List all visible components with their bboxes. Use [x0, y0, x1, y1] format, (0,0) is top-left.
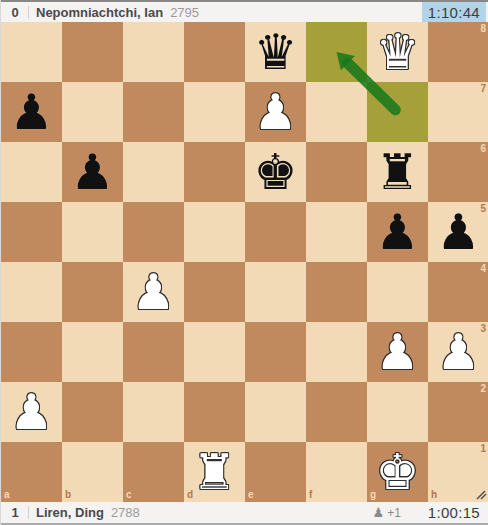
piece-white-pawn[interactable]: ♟: [245, 82, 306, 142]
square-c6[interactable]: [123, 142, 184, 202]
coord-rank-8: 8: [480, 24, 486, 34]
square-e5[interactable]: [245, 202, 306, 262]
piece-white-pawn[interactable]: ♟: [1, 382, 62, 442]
square-g8[interactable]: ♛: [367, 22, 428, 82]
coord-rank-6: 6: [480, 144, 486, 154]
square-d4[interactable]: [184, 262, 245, 322]
square-c1[interactable]: c: [123, 442, 184, 502]
square-h7[interactable]: 7: [428, 82, 488, 142]
top-player-clock: 1:10:44: [422, 2, 486, 22]
square-g4[interactable]: [367, 262, 428, 322]
bottom-player-bar: 1 Liren, Ding 2788 ♟ +1 1:00:15: [1, 502, 488, 525]
square-h6[interactable]: 6: [428, 142, 488, 202]
coord-rank-2: 2: [480, 384, 486, 394]
pawn-icon: ♟: [373, 506, 385, 519]
square-c7[interactable]: [123, 82, 184, 142]
material-advantage: ♟ +1: [373, 506, 401, 520]
square-e1[interactable]: e: [245, 442, 306, 502]
square-a3[interactable]: [1, 322, 62, 382]
piece-black-queen[interactable]: ♛: [245, 22, 306, 82]
square-b2[interactable]: [62, 382, 123, 442]
square-g3[interactable]: ♟: [367, 322, 428, 382]
coord-rank-7: 7: [480, 84, 486, 94]
square-b1[interactable]: b: [62, 442, 123, 502]
square-c3[interactable]: [123, 322, 184, 382]
piece-white-pawn[interactable]: ♟: [123, 262, 184, 322]
square-a4[interactable]: [1, 262, 62, 322]
top-player-rating: 2795: [170, 5, 199, 20]
square-e8[interactable]: ♛: [245, 22, 306, 82]
coord-file-c: c: [126, 490, 132, 500]
bottom-player-rating: 2788: [111, 505, 140, 520]
square-h3[interactable]: ♟3: [428, 322, 488, 382]
square-f2[interactable]: [306, 382, 367, 442]
piece-black-pawn[interactable]: ♟: [367, 202, 428, 262]
square-a5[interactable]: [1, 202, 62, 262]
square-e7[interactable]: ♟: [245, 82, 306, 142]
square-h5[interactable]: ♟5: [428, 202, 488, 262]
piece-black-pawn[interactable]: ♟: [1, 82, 62, 142]
square-a7[interactable]: ♟: [1, 82, 62, 142]
bottom-player-name[interactable]: Liren, Ding: [36, 505, 104, 520]
square-d1[interactable]: ♜d: [184, 442, 245, 502]
coord-rank-4: 4: [480, 264, 486, 274]
square-c2[interactable]: [123, 382, 184, 442]
coord-file-e: e: [248, 490, 254, 500]
coord-rank-3: 3: [480, 324, 486, 334]
square-b3[interactable]: [62, 322, 123, 382]
square-f8[interactable]: [306, 22, 367, 82]
board-grid[interactable]: ♛♛8♟♟7♟♚♜6♟♟5♟4♟♟3♟2abc♜def♚gh1: [1, 22, 488, 502]
piece-white-queen[interactable]: ♛: [367, 22, 428, 82]
square-h4[interactable]: 4: [428, 262, 488, 322]
square-d3[interactable]: [184, 322, 245, 382]
square-f3[interactable]: [306, 322, 367, 382]
square-g1[interactable]: ♚g: [367, 442, 428, 502]
piece-white-rook[interactable]: ♜: [184, 442, 245, 502]
square-d2[interactable]: [184, 382, 245, 442]
broadcast-board-widget: 0 Nepomniachtchi, Ian 2795 1:10:44 ♛♛8♟♟…: [0, 0, 488, 525]
square-a1[interactable]: a: [1, 442, 62, 502]
divider: [28, 506, 29, 519]
square-f4[interactable]: [306, 262, 367, 322]
square-d8[interactable]: [184, 22, 245, 82]
square-b4[interactable]: [62, 262, 123, 322]
piece-white-king[interactable]: ♚: [367, 442, 428, 502]
coord-file-f: f: [309, 490, 312, 500]
square-b6[interactable]: ♟: [62, 142, 123, 202]
square-b5[interactable]: [62, 202, 123, 262]
square-e4[interactable]: [245, 262, 306, 322]
coord-rank-1: 1: [480, 444, 486, 454]
bottom-player-score: 1: [9, 505, 21, 520]
bottom-player-clock: 1:00:15: [422, 502, 486, 523]
square-f6[interactable]: [306, 142, 367, 202]
square-c8[interactable]: [123, 22, 184, 82]
square-a2[interactable]: ♟: [1, 382, 62, 442]
top-player-bar: 0 Nepomniachtchi, Ian 2795 1:10:44: [1, 0, 488, 22]
board-resize-grip[interactable]: [475, 488, 487, 500]
square-g6[interactable]: ♜: [367, 142, 428, 202]
square-f7[interactable]: [306, 82, 367, 142]
square-d7[interactable]: [184, 82, 245, 142]
top-player-name[interactable]: Nepomniachtchi, Ian: [36, 5, 163, 20]
piece-white-pawn[interactable]: ♟: [428, 322, 488, 382]
divider: [28, 6, 29, 19]
square-a6[interactable]: [1, 142, 62, 202]
piece-white-pawn[interactable]: ♟: [367, 322, 428, 382]
square-f5[interactable]: [306, 202, 367, 262]
coord-file-d: d: [187, 490, 193, 500]
square-d5[interactable]: [184, 202, 245, 262]
square-b8[interactable]: [62, 22, 123, 82]
piece-black-pawn[interactable]: ♟: [62, 142, 123, 202]
coord-file-a: a: [4, 490, 10, 500]
piece-black-rook[interactable]: ♜: [367, 142, 428, 202]
square-e6[interactable]: ♚: [245, 142, 306, 202]
square-c5[interactable]: [123, 202, 184, 262]
material-advantage-value: +1: [387, 506, 401, 520]
square-g2[interactable]: [367, 382, 428, 442]
coord-file-g: g: [370, 490, 376, 500]
square-h2[interactable]: 2: [428, 382, 488, 442]
coord-file-h: h: [431, 490, 437, 500]
piece-black-king[interactable]: ♚: [245, 142, 306, 202]
coord-file-b: b: [65, 490, 71, 500]
square-a8[interactable]: [1, 22, 62, 82]
square-e2[interactable]: [245, 382, 306, 442]
square-g7[interactable]: [367, 82, 428, 142]
square-c4[interactable]: ♟: [123, 262, 184, 322]
square-g5[interactable]: ♟: [367, 202, 428, 262]
square-f1[interactable]: f: [306, 442, 367, 502]
square-h8[interactable]: 8: [428, 22, 488, 82]
square-b7[interactable]: [62, 82, 123, 142]
square-e3[interactable]: [245, 322, 306, 382]
top-player-score: 0: [9, 5, 21, 20]
coord-rank-5: 5: [480, 204, 486, 214]
chess-board[interactable]: ♛♛8♟♟7♟♚♜6♟♟5♟4♟♟3♟2abc♜def♚gh1: [1, 22, 488, 502]
square-d6[interactable]: [184, 142, 245, 202]
piece-black-pawn[interactable]: ♟: [428, 202, 488, 262]
